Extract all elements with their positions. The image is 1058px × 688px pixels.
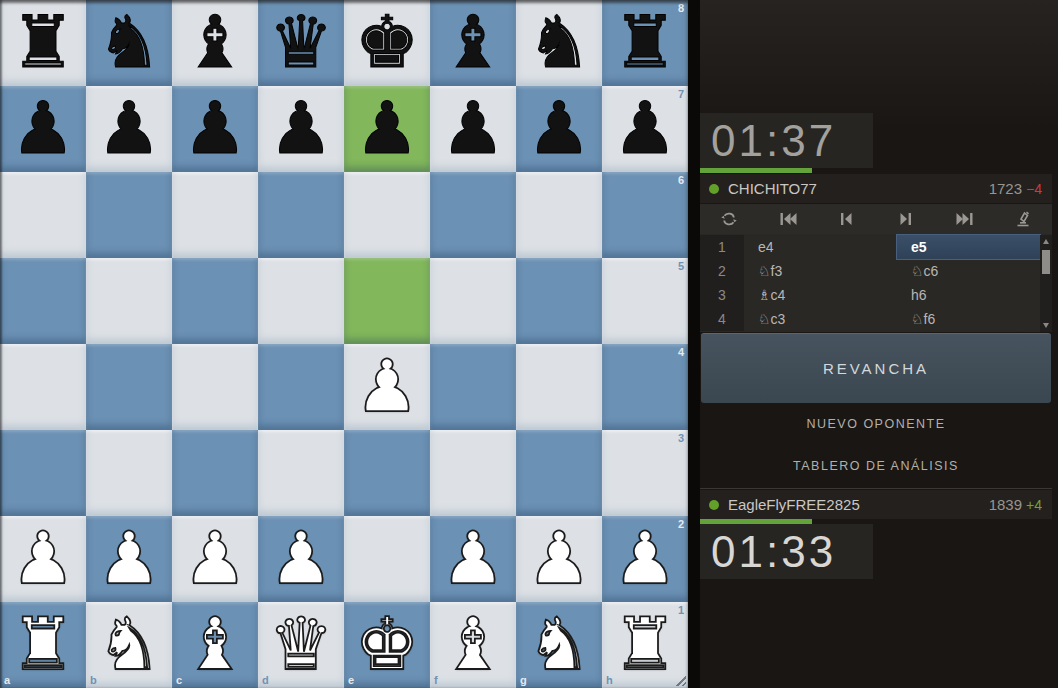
coord-1: 1 (678, 604, 684, 616)
square-b3[interactable] (86, 430, 172, 516)
move-1-black[interactable]: e5 (897, 235, 1040, 259)
coord-d: d (262, 674, 269, 686)
black-king[interactable]: ♚ (344, 0, 430, 86)
square-c1[interactable]: ♝c (172, 602, 258, 688)
coord-5: 5 (678, 260, 684, 272)
player-name[interactable]: CHICHITO77 (728, 180, 817, 197)
previous-move-icon[interactable] (817, 204, 876, 234)
coord-6: 6 (678, 174, 684, 186)
square-d3[interactable] (258, 430, 344, 516)
player-row-me: EagleFlyFREE2825 1839 +4 (700, 490, 1052, 519)
chess-board: ♜♞♝♛♚♝♞♜8♟♟♟♟♟♟♟♟765♟43♟♟♟♟♟♟♟2♜a♞b♝c♛d♚… (0, 0, 688, 688)
square-b8[interactable]: ♞ (86, 0, 172, 86)
white-pawn[interactable]: ♟ (172, 516, 258, 602)
white-pawn[interactable]: ♟ (86, 516, 172, 602)
move-4-white[interactable]: ♘c3 (744, 307, 897, 331)
move-number: 1 (700, 235, 744, 259)
square-a1[interactable]: ♜a (0, 602, 86, 688)
white-queen[interactable]: ♛ (258, 602, 344, 688)
square-e8[interactable]: ♚ (344, 0, 430, 86)
square-h8[interactable]: ♜8 (602, 0, 688, 86)
black-pawn[interactable]: ♟ (258, 86, 344, 172)
square-f7[interactable]: ♟ (430, 86, 516, 172)
square-f5[interactable] (430, 258, 516, 344)
black-bishop[interactable]: ♝ (430, 0, 516, 86)
white-knight[interactable]: ♞ (516, 602, 602, 688)
divider (700, 488, 1052, 489)
move-number: 4 (700, 307, 744, 331)
player-name[interactable]: EagleFlyFREE2825 (728, 496, 860, 513)
rating-diff: +4 (1026, 497, 1042, 513)
white-bishop[interactable]: ♝ (172, 602, 258, 688)
coord-7: 7 (678, 88, 684, 100)
white-king[interactable]: ♚ (344, 602, 430, 688)
black-pawn[interactable]: ♟ (344, 86, 430, 172)
rematch-button[interactable]: REVANCHA (701, 333, 1051, 403)
coord-f: f (434, 674, 438, 686)
move-list: 1e4e52♘f3♘c63♗c4h64♘c3♘f6 (700, 234, 1052, 332)
coord-c: c (176, 674, 182, 686)
move-1-white[interactable]: e4 (744, 235, 897, 259)
square-e5[interactable] (344, 258, 430, 344)
square-g6[interactable] (516, 172, 602, 258)
white-rook[interactable]: ♜ (0, 602, 86, 688)
square-e2[interactable] (344, 516, 430, 602)
square-c3[interactable] (172, 430, 258, 516)
last-move-icon[interactable] (935, 204, 994, 234)
square-h4[interactable]: 4 (602, 344, 688, 430)
square-a7[interactable]: ♟ (0, 86, 86, 172)
board-resize-handle[interactable] (675, 675, 686, 686)
black-pawn[interactable]: ♟ (86, 86, 172, 172)
square-e4[interactable]: ♟ (344, 344, 430, 430)
square-c6[interactable] (172, 172, 258, 258)
move-list-scrollbar[interactable] (1040, 235, 1052, 332)
time-bar-opponent (700, 168, 812, 173)
coord-3: 3 (678, 432, 684, 444)
online-indicator (709, 184, 719, 194)
black-pawn[interactable]: ♟ (0, 86, 86, 172)
move-3-black[interactable]: h6 (897, 283, 1040, 307)
square-d2[interactable]: ♟ (258, 516, 344, 602)
square-h3[interactable]: 3 (602, 430, 688, 516)
square-d6[interactable] (258, 172, 344, 258)
coord-h: h (606, 674, 613, 686)
black-pawn[interactable]: ♟ (172, 86, 258, 172)
first-move-icon[interactable] (759, 204, 818, 234)
square-b4[interactable] (86, 344, 172, 430)
next-move-icon[interactable] (876, 204, 935, 234)
square-a8[interactable]: ♜ (0, 0, 86, 86)
square-c4[interactable] (172, 344, 258, 430)
square-b5[interactable] (86, 258, 172, 344)
square-f3[interactable] (430, 430, 516, 516)
rating-diff: −4 (1026, 181, 1042, 197)
board-sidebar-gap (688, 0, 700, 688)
white-pawn[interactable]: ♟ (0, 516, 86, 602)
square-g2[interactable]: ♟ (516, 516, 602, 602)
square-e6[interactable] (344, 172, 430, 258)
move-number: 2 (700, 259, 744, 283)
player-row-opponent: CHICHITO77 1723 −4 (700, 174, 1052, 203)
square-f8[interactable]: ♝ (430, 0, 516, 86)
clock-me: 01:33 (700, 524, 873, 579)
square-h2[interactable]: ♟2 (602, 516, 688, 602)
square-h5[interactable]: 5 (602, 258, 688, 344)
black-knight[interactable]: ♞ (516, 0, 602, 86)
black-pawn[interactable]: ♟ (516, 86, 602, 172)
square-c2[interactable]: ♟ (172, 516, 258, 602)
square-g8[interactable]: ♞ (516, 0, 602, 86)
black-pawn[interactable]: ♟ (602, 86, 688, 172)
analysis-icon[interactable] (993, 204, 1052, 234)
square-g7[interactable]: ♟ (516, 86, 602, 172)
square-g5[interactable] (516, 258, 602, 344)
coord-2: 2 (678, 518, 684, 530)
coord-a: a (4, 674, 10, 686)
move-number: 3 (700, 283, 744, 307)
coord-4: 4 (678, 346, 684, 358)
square-d7[interactable]: ♟ (258, 86, 344, 172)
analysis-board-button[interactable]: TABLERO DE ANÁLISIS (700, 445, 1052, 487)
black-queen[interactable]: ♛ (258, 0, 344, 86)
white-knight[interactable]: ♞ (86, 602, 172, 688)
square-f4[interactable] (430, 344, 516, 430)
square-e1[interactable]: ♚e (344, 602, 430, 688)
square-e7[interactable]: ♟ (344, 86, 430, 172)
square-g1[interactable]: ♞g (516, 602, 602, 688)
square-d1[interactable]: ♛d (258, 602, 344, 688)
scrollbar-thumb[interactable] (1042, 250, 1050, 274)
coord-g: g (520, 674, 527, 686)
white-bishop[interactable]: ♝ (430, 602, 516, 688)
player-rating: 1839 (989, 496, 1022, 513)
square-g4[interactable] (516, 344, 602, 430)
square-a3[interactable] (0, 430, 86, 516)
square-f6[interactable] (430, 172, 516, 258)
move-navigation-toolbar (700, 204, 1052, 234)
scroll-up-icon[interactable] (1043, 239, 1049, 244)
white-pawn[interactable]: ♟ (344, 344, 430, 430)
black-knight[interactable]: ♞ (86, 0, 172, 86)
square-a2[interactable]: ♟ (0, 516, 86, 602)
online-indicator (709, 500, 719, 510)
square-e3[interactable] (344, 430, 430, 516)
square-c5[interactable] (172, 258, 258, 344)
move-3-white[interactable]: ♗c4 (744, 283, 897, 307)
square-h6[interactable]: 6 (602, 172, 688, 258)
move-2-black[interactable]: ♘c6 (897, 259, 1040, 283)
square-a4[interactable] (0, 344, 86, 430)
square-d4[interactable] (258, 344, 344, 430)
square-b6[interactable] (86, 172, 172, 258)
new-opponent-button[interactable]: NUEVO OPONENTE (700, 403, 1052, 445)
coord-8: 8 (678, 2, 684, 14)
black-rook[interactable]: ♜ (602, 0, 688, 86)
white-pawn[interactable]: ♟ (602, 516, 688, 602)
coord-b: b (90, 674, 97, 686)
square-c8[interactable]: ♝ (172, 0, 258, 86)
square-a5[interactable] (0, 258, 86, 344)
square-d8[interactable]: ♛ (258, 0, 344, 86)
square-g3[interactable] (516, 430, 602, 516)
square-b1[interactable]: ♞b (86, 602, 172, 688)
black-bishop[interactable]: ♝ (172, 0, 258, 86)
square-b7[interactable]: ♟ (86, 86, 172, 172)
white-pawn[interactable]: ♟ (430, 516, 516, 602)
move-2-white[interactable]: ♘f3 (744, 259, 897, 283)
scroll-down-icon[interactable] (1043, 323, 1049, 328)
black-pawn[interactable]: ♟ (430, 86, 516, 172)
square-f2[interactable]: ♟ (430, 516, 516, 602)
clock-opponent: 01:37 (700, 113, 873, 168)
square-b2[interactable]: ♟ (86, 516, 172, 602)
black-rook[interactable]: ♜ (0, 0, 86, 86)
player-rating: 1723 (989, 180, 1022, 197)
move-4-black[interactable]: ♘f6 (897, 307, 1040, 331)
square-d5[interactable] (258, 258, 344, 344)
white-pawn[interactable]: ♟ (516, 516, 602, 602)
coord-e: e (348, 674, 354, 686)
square-h7[interactable]: ♟7 (602, 86, 688, 172)
square-a6[interactable] (0, 172, 86, 258)
square-f1[interactable]: ♝f (430, 602, 516, 688)
flip-board-icon[interactable] (700, 204, 759, 234)
square-c7[interactable]: ♟ (172, 86, 258, 172)
white-pawn[interactable]: ♟ (258, 516, 344, 602)
